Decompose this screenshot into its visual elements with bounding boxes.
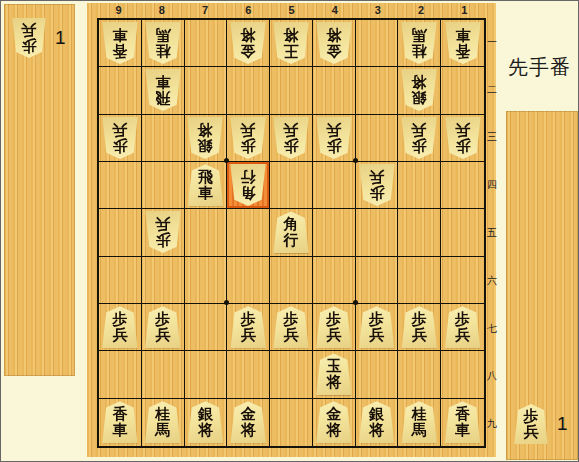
square-3三[interactable] bbox=[356, 115, 399, 162]
gote-piece-金将[interactable]: 金将 bbox=[230, 22, 266, 64]
square-7六[interactable] bbox=[185, 257, 228, 304]
square-9一[interactable]: 香車 bbox=[99, 20, 142, 67]
gote-piece-歩兵[interactable]: 歩兵 bbox=[230, 117, 266, 159]
square-8三[interactable] bbox=[142, 115, 185, 162]
square-8四[interactable] bbox=[142, 162, 185, 209]
gote-piece-角行[interactable]: 角行 bbox=[230, 164, 266, 206]
square-3六[interactable] bbox=[356, 257, 399, 304]
rank-labels: 一二三四五六七八九 bbox=[486, 18, 498, 448]
square-7八[interactable] bbox=[185, 351, 228, 398]
square-9七[interactable]: 歩兵 bbox=[99, 304, 142, 351]
rank-label: 九 bbox=[486, 400, 498, 448]
sente-piece-桂馬[interactable]: 桂馬 bbox=[401, 401, 437, 443]
sente-hand-slot: 歩兵 1 bbox=[514, 404, 568, 444]
square-1二[interactable] bbox=[441, 67, 484, 114]
square-4五[interactable] bbox=[313, 209, 356, 256]
gote-piece-歩兵[interactable]: 歩兵 bbox=[359, 164, 395, 206]
square-1七[interactable]: 歩兵 bbox=[441, 304, 484, 351]
square-8五[interactable]: 歩兵 bbox=[142, 209, 185, 256]
square-6七[interactable]: 歩兵 bbox=[227, 304, 270, 351]
square-4二[interactable] bbox=[313, 67, 356, 114]
sente-piece-金将[interactable]: 金将 bbox=[316, 401, 352, 443]
square-4七[interactable]: 歩兵 bbox=[313, 304, 356, 351]
square-1一[interactable]: 香車 bbox=[441, 20, 484, 67]
square-2三[interactable]: 歩兵 bbox=[398, 115, 441, 162]
square-5六[interactable] bbox=[270, 257, 313, 304]
rank-label: 一 bbox=[486, 18, 498, 66]
gote-piece-銀将[interactable]: 銀将 bbox=[401, 69, 437, 111]
rank-label: 七 bbox=[486, 305, 498, 353]
gote-hand-tray: 歩兵 1 bbox=[4, 4, 75, 376]
square-4六[interactable] bbox=[313, 257, 356, 304]
square-3九[interactable]: 銀将 bbox=[356, 399, 399, 446]
file-label-6: 6 bbox=[227, 3, 270, 18]
square-7三[interactable]: 銀将 bbox=[185, 115, 228, 162]
gote-piece-香車[interactable]: 香車 bbox=[102, 22, 138, 64]
file-label-1: 1 bbox=[443, 3, 486, 18]
square-4九[interactable]: 金将 bbox=[313, 399, 356, 446]
gote-captured-pawn-count: 1 bbox=[55, 27, 66, 49]
square-1三[interactable]: 歩兵 bbox=[441, 115, 484, 162]
square-4一[interactable]: 金将 bbox=[313, 20, 356, 67]
square-3八[interactable] bbox=[356, 351, 399, 398]
square-1五[interactable] bbox=[441, 209, 484, 256]
square-7二[interactable] bbox=[185, 67, 228, 114]
square-1九[interactable]: 香車 bbox=[441, 399, 484, 446]
sente-piece-歩兵[interactable]: 歩兵 bbox=[102, 306, 138, 348]
gote-piece-歩兵[interactable]: 歩兵 bbox=[401, 117, 437, 159]
rank-label: 三 bbox=[486, 114, 498, 162]
file-label-4: 4 bbox=[313, 3, 356, 18]
sente-piece-歩兵[interactable]: 歩兵 bbox=[230, 306, 266, 348]
sente-piece-角行[interactable]: 角行 bbox=[273, 211, 309, 253]
gote-piece-歩兵[interactable]: 歩兵 bbox=[273, 117, 309, 159]
square-6二[interactable] bbox=[227, 67, 270, 114]
sente-piece-金将[interactable]: 金将 bbox=[230, 401, 266, 443]
square-7五[interactable] bbox=[185, 209, 228, 256]
square-9五[interactable] bbox=[99, 209, 142, 256]
sente-piece-銀将[interactable]: 銀将 bbox=[359, 401, 395, 443]
square-2五[interactable] bbox=[398, 209, 441, 256]
board-star-dot bbox=[353, 300, 358, 305]
rank-label: 八 bbox=[486, 352, 498, 400]
square-6一[interactable]: 金将 bbox=[227, 20, 270, 67]
square-8一[interactable]: 桂馬 bbox=[142, 20, 185, 67]
gote-hand-slot: 歩兵 1 bbox=[12, 18, 66, 58]
sente-piece-歩兵[interactable]: 歩兵 bbox=[145, 306, 181, 348]
sente-captured-pawn-piece[interactable]: 歩兵 bbox=[514, 404, 548, 444]
square-6五[interactable] bbox=[227, 209, 270, 256]
square-9八[interactable] bbox=[99, 351, 142, 398]
sente-piece-歩兵[interactable]: 歩兵 bbox=[316, 306, 352, 348]
sente-piece-歩兵[interactable]: 歩兵 bbox=[401, 306, 437, 348]
square-8八[interactable] bbox=[142, 351, 185, 398]
file-label-9: 9 bbox=[97, 3, 140, 18]
square-3二[interactable] bbox=[356, 67, 399, 114]
rank-label: 四 bbox=[486, 161, 498, 209]
square-9三[interactable]: 歩兵 bbox=[99, 115, 142, 162]
gote-piece-香車[interactable]: 香車 bbox=[445, 22, 481, 64]
square-7一[interactable] bbox=[185, 20, 228, 67]
square-9九[interactable]: 香車 bbox=[99, 399, 142, 446]
square-5八[interactable] bbox=[270, 351, 313, 398]
square-6四[interactable]: 角行 bbox=[227, 162, 270, 209]
square-8六[interactable] bbox=[142, 257, 185, 304]
board-star-dot bbox=[224, 300, 229, 305]
square-7九[interactable]: 銀将 bbox=[185, 399, 228, 446]
sente-piece-香車[interactable]: 香車 bbox=[102, 401, 138, 443]
file-label-8: 8 bbox=[140, 3, 183, 18]
rank-label: 六 bbox=[486, 257, 498, 305]
sente-piece-玉将[interactable]: 玉将 bbox=[316, 353, 352, 395]
rank-label: 五 bbox=[486, 209, 498, 257]
square-8七[interactable]: 歩兵 bbox=[142, 304, 185, 351]
square-3七[interactable]: 歩兵 bbox=[356, 304, 399, 351]
square-5三[interactable]: 歩兵 bbox=[270, 115, 313, 162]
file-label-7: 7 bbox=[183, 3, 226, 18]
square-1四[interactable] bbox=[441, 162, 484, 209]
square-4三[interactable]: 歩兵 bbox=[313, 115, 356, 162]
square-3四[interactable]: 歩兵 bbox=[356, 162, 399, 209]
square-8二[interactable]: 飛車 bbox=[142, 67, 185, 114]
square-4四[interactable] bbox=[313, 162, 356, 209]
sente-piece-飛車[interactable]: 飛車 bbox=[187, 164, 223, 206]
gote-piece-歩兵[interactable]: 歩兵 bbox=[316, 117, 352, 159]
square-1六[interactable] bbox=[441, 257, 484, 304]
square-9二[interactable] bbox=[99, 67, 142, 114]
square-5七[interactable]: 歩兵 bbox=[270, 304, 313, 351]
gote-piece-金将[interactable]: 金将 bbox=[316, 22, 352, 64]
gote-piece-飛車[interactable]: 飛車 bbox=[145, 69, 181, 111]
sente-piece-歩兵[interactable]: 歩兵 bbox=[273, 306, 309, 348]
turn-indicator: 先手番 bbox=[499, 54, 579, 81]
sente-piece-香車[interactable]: 香車 bbox=[445, 401, 481, 443]
shogi-game-window: 歩兵 1 987654321 香車桂馬金将王将金将桂馬香車飛車銀将歩兵銀将歩兵歩… bbox=[0, 0, 579, 462]
square-2一[interactable]: 桂馬 bbox=[398, 20, 441, 67]
square-5五[interactable]: 角行 bbox=[270, 209, 313, 256]
sente-piece-銀将[interactable]: 銀将 bbox=[187, 401, 223, 443]
gote-piece-銀将[interactable]: 銀将 bbox=[187, 117, 223, 159]
square-8九[interactable]: 桂馬 bbox=[142, 399, 185, 446]
gote-piece-王将[interactable]: 王将 bbox=[273, 22, 309, 64]
sente-hand-tray: 歩兵 1 bbox=[506, 111, 578, 460]
square-2九[interactable]: 桂馬 bbox=[398, 399, 441, 446]
shogi-board: 香車桂馬金将王将金将桂馬香車飛車銀将歩兵銀将歩兵歩兵歩兵歩兵歩兵飛車角行歩兵歩兵… bbox=[97, 18, 486, 448]
square-4八[interactable]: 玉将 bbox=[313, 351, 356, 398]
square-3一[interactable] bbox=[356, 20, 399, 67]
square-2四[interactable] bbox=[398, 162, 441, 209]
square-9四[interactable] bbox=[99, 162, 142, 209]
square-9六[interactable] bbox=[99, 257, 142, 304]
square-5四[interactable] bbox=[270, 162, 313, 209]
square-6八[interactable] bbox=[227, 351, 270, 398]
file-label-2: 2 bbox=[400, 3, 443, 18]
square-7七[interactable] bbox=[185, 304, 228, 351]
square-7四[interactable]: 飛車 bbox=[185, 162, 228, 209]
gote-piece-桂馬[interactable]: 桂馬 bbox=[401, 22, 437, 64]
file-labels: 987654321 bbox=[97, 3, 486, 18]
square-5二[interactable] bbox=[270, 67, 313, 114]
square-6三[interactable]: 歩兵 bbox=[227, 115, 270, 162]
square-3五[interactable] bbox=[356, 209, 399, 256]
square-2二[interactable]: 銀将 bbox=[398, 67, 441, 114]
gote-piece-歩兵[interactable]: 歩兵 bbox=[102, 117, 138, 159]
sente-captured-pawn-count: 1 bbox=[557, 413, 568, 435]
sente-piece-桂馬[interactable]: 桂馬 bbox=[145, 401, 181, 443]
file-label-5: 5 bbox=[270, 3, 313, 18]
square-6六[interactable] bbox=[227, 257, 270, 304]
square-5一[interactable]: 王将 bbox=[270, 20, 313, 67]
board-panel: 987654321 香車桂馬金将王将金将桂馬香車飛車銀将歩兵銀将歩兵歩兵歩兵歩兵… bbox=[87, 3, 496, 457]
square-1八[interactable] bbox=[441, 351, 484, 398]
board-star-dot bbox=[353, 158, 358, 163]
square-2八[interactable] bbox=[398, 351, 441, 398]
file-label-3: 3 bbox=[356, 3, 399, 18]
gote-captured-pawn-piece[interactable]: 歩兵 bbox=[12, 18, 46, 58]
square-5九[interactable] bbox=[270, 399, 313, 446]
square-2六[interactable] bbox=[398, 257, 441, 304]
gote-piece-桂馬[interactable]: 桂馬 bbox=[145, 22, 181, 64]
gote-piece-歩兵[interactable]: 歩兵 bbox=[145, 211, 181, 253]
square-2七[interactable]: 歩兵 bbox=[398, 304, 441, 351]
square-6九[interactable]: 金将 bbox=[227, 399, 270, 446]
sente-piece-歩兵[interactable]: 歩兵 bbox=[445, 306, 481, 348]
rank-label: 二 bbox=[486, 66, 498, 114]
sente-piece-歩兵[interactable]: 歩兵 bbox=[359, 306, 395, 348]
gote-piece-歩兵[interactable]: 歩兵 bbox=[445, 117, 481, 159]
board-star-dot bbox=[224, 158, 229, 163]
